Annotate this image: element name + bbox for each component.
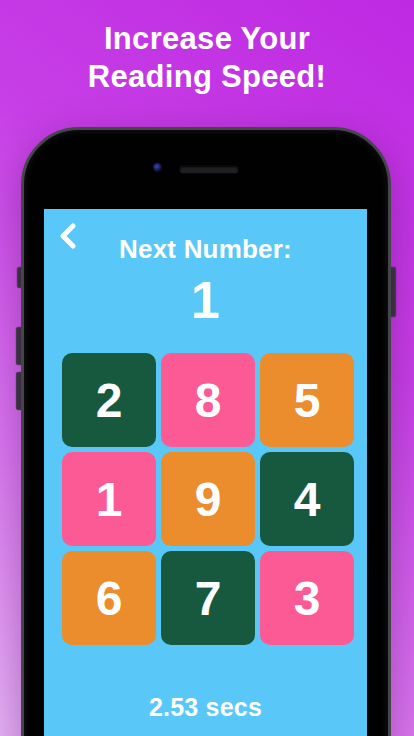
headline-line-2: Reading Speed! <box>0 58 414 96</box>
marketing-headline: Increase Your Reading Speed! <box>0 20 414 96</box>
headline-line-1: Increase Your <box>0 20 414 58</box>
number-tile[interactable]: 6 <box>62 551 156 645</box>
next-number-value: 1 <box>44 273 367 327</box>
number-tile[interactable]: 9 <box>161 452 255 546</box>
number-tile[interactable]: 3 <box>260 551 354 645</box>
number-grid: 2 8 5 1 9 4 6 7 3 <box>62 353 354 645</box>
number-tile[interactable]: 2 <box>62 353 156 447</box>
game-screen: Next Number: 1 2 8 5 1 9 4 6 7 3 2.53 se… <box>44 209 367 736</box>
next-number-label: Next Number: <box>44 234 367 265</box>
elapsed-timer: 2.53 secs <box>44 693 367 722</box>
number-tile[interactable]: 1 <box>62 452 156 546</box>
number-tile[interactable]: 5 <box>260 353 354 447</box>
phone-mockup: Next Number: 1 2 8 5 1 9 4 6 7 3 2.53 se… <box>21 127 391 736</box>
number-tile[interactable]: 8 <box>161 353 255 447</box>
front-camera <box>153 163 162 172</box>
earpiece-speaker <box>180 166 238 173</box>
number-tile[interactable]: 7 <box>161 551 255 645</box>
number-tile[interactable]: 4 <box>260 452 354 546</box>
store-screenshot-page: Increase Your Reading Speed! Next Number… <box>0 0 414 736</box>
